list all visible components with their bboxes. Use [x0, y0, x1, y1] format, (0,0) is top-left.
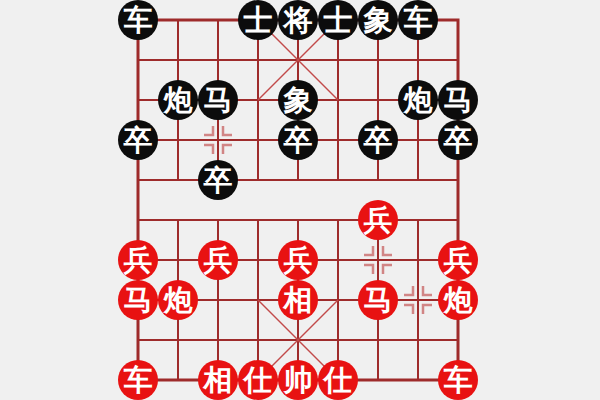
piece-black-pawn[interactable]: 卒	[118, 120, 158, 160]
piece-red-elephant[interactable]: 相	[198, 360, 238, 400]
piece-black-advisor[interactable]: 士	[318, 0, 358, 40]
piece-black-cannon[interactable]: 炮	[158, 80, 198, 120]
piece-red-pawn[interactable]: 兵	[278, 240, 318, 280]
piece-black-elephant[interactable]: 象	[278, 80, 318, 120]
piece-red-pawn[interactable]: 兵	[118, 240, 158, 280]
piece-red-elephant[interactable]: 相	[278, 280, 318, 320]
piece-red-horse[interactable]: 马	[358, 280, 398, 320]
piece-red-pawn[interactable]: 兵	[358, 200, 398, 240]
piece-black-cannon[interactable]: 炮	[398, 80, 438, 120]
piece-red-chariot[interactable]: 车	[438, 360, 478, 400]
piece-layer[interactable]: 车士将士象车炮马象炮马卒卒卒卒卒兵兵兵兵兵马炮相马炮车相仕帅仕车	[118, 0, 478, 400]
piece-red-horse[interactable]: 马	[118, 280, 158, 320]
piece-red-pawn[interactable]: 兵	[438, 240, 478, 280]
piece-red-cannon[interactable]: 炮	[438, 280, 478, 320]
piece-black-elephant[interactable]: 象	[358, 0, 398, 40]
piece-black-horse[interactable]: 马	[198, 80, 238, 120]
piece-red-advisor[interactable]: 仕	[318, 360, 358, 400]
piece-red-cannon[interactable]: 炮	[158, 280, 198, 320]
piece-red-chariot[interactable]: 车	[118, 360, 158, 400]
piece-black-pawn[interactable]: 卒	[358, 120, 398, 160]
piece-black-pawn[interactable]: 卒	[278, 120, 318, 160]
piece-black-horse[interactable]: 马	[438, 80, 478, 120]
piece-red-pawn[interactable]: 兵	[198, 240, 238, 280]
piece-black-advisor[interactable]: 士	[238, 0, 278, 40]
piece-black-chariot[interactable]: 车	[118, 0, 158, 40]
xiangqi-app: 车士将士象车炮马象炮马卒卒卒卒卒兵兵兵兵兵马炮相马炮车相仕帅仕车	[0, 0, 600, 400]
piece-black-king[interactable]: 将	[278, 0, 318, 40]
piece-black-pawn[interactable]: 卒	[198, 160, 238, 200]
piece-red-king[interactable]: 帅	[278, 360, 318, 400]
piece-red-advisor[interactable]: 仕	[238, 360, 278, 400]
piece-black-chariot[interactable]: 车	[398, 0, 438, 40]
piece-black-pawn[interactable]: 卒	[438, 120, 478, 160]
